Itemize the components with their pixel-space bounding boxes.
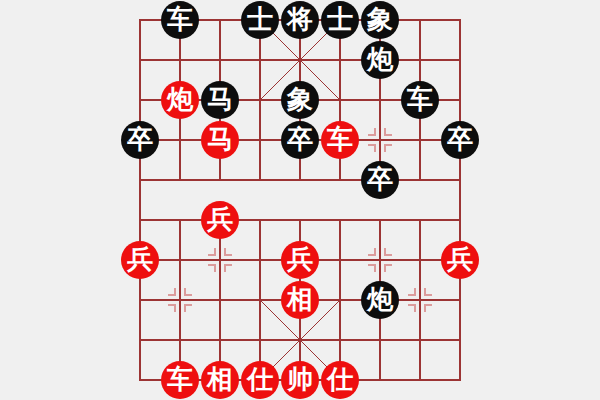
point-marker: [400, 280, 440, 320]
point-marker: [200, 240, 240, 280]
piece-black-cannon[interactable]: 炮: [361, 41, 399, 79]
point-marker-bracket: [168, 304, 176, 312]
piece-black-chariot[interactable]: 车: [401, 81, 439, 119]
piece-black-elephant[interactable]: 象: [361, 1, 399, 39]
point-marker-bracket: [368, 144, 376, 152]
point-marker: [360, 120, 400, 160]
point-marker-bracket: [368, 128, 376, 136]
point-marker-bracket: [368, 264, 376, 272]
point-marker-bracket: [424, 304, 432, 312]
piece-black-advisor[interactable]: 士: [241, 1, 279, 39]
piece-black-general[interactable]: 将: [281, 1, 319, 39]
piece-black-horse[interactable]: 马: [201, 81, 239, 119]
piece-black-soldier[interactable]: 卒: [121, 121, 159, 159]
piece-black-cannon[interactable]: 炮: [361, 281, 399, 319]
piece-red-elephant[interactable]: 相: [281, 281, 319, 319]
point-marker-bracket: [168, 288, 176, 296]
piece-red-advisor[interactable]: 仕: [321, 361, 359, 399]
point-marker: [360, 240, 400, 280]
point-marker-bracket: [424, 288, 432, 296]
point-marker: [160, 280, 200, 320]
piece-red-soldier[interactable]: 兵: [121, 241, 159, 279]
point-marker-bracket: [184, 304, 192, 312]
point-marker-bracket: [384, 248, 392, 256]
piece-black-elephant[interactable]: 象: [281, 81, 319, 119]
point-marker-bracket: [408, 304, 416, 312]
piece-red-general[interactable]: 帅: [281, 361, 319, 399]
point-marker-bracket: [208, 264, 216, 272]
point-marker-bracket: [384, 128, 392, 136]
point-marker-bracket: [408, 288, 416, 296]
point-marker-bracket: [368, 248, 376, 256]
point-marker-bracket: [384, 144, 392, 152]
piece-red-chariot[interactable]: 车: [321, 121, 359, 159]
piece-black-soldier[interactable]: 卒: [281, 121, 319, 159]
piece-red-soldier[interactable]: 兵: [281, 241, 319, 279]
piece-black-advisor[interactable]: 士: [321, 1, 359, 39]
xiangqi-board: 车士将士象炮炮马象车卒马卒车卒卒兵兵兵兵相炮车相仕帅仕: [120, 0, 480, 400]
point-marker-bracket: [224, 248, 232, 256]
piece-red-chariot[interactable]: 车: [161, 361, 199, 399]
point-marker-bracket: [384, 264, 392, 272]
point-marker-bracket: [224, 264, 232, 272]
piece-red-horse[interactable]: 马: [201, 121, 239, 159]
piece-black-chariot[interactable]: 车: [161, 1, 199, 39]
board-grid: 车士将士象炮炮马象车卒马卒车卒卒兵兵兵兵相炮车相仕帅仕: [120, 0, 480, 400]
piece-red-cannon[interactable]: 炮: [161, 81, 199, 119]
piece-black-soldier[interactable]: 卒: [361, 161, 399, 199]
piece-red-advisor[interactable]: 仕: [241, 361, 279, 399]
piece-red-soldier[interactable]: 兵: [201, 201, 239, 239]
point-marker-bracket: [184, 288, 192, 296]
piece-black-soldier[interactable]: 卒: [441, 121, 479, 159]
piece-red-elephant[interactable]: 相: [201, 361, 239, 399]
point-marker-bracket: [208, 248, 216, 256]
piece-red-soldier[interactable]: 兵: [441, 241, 479, 279]
